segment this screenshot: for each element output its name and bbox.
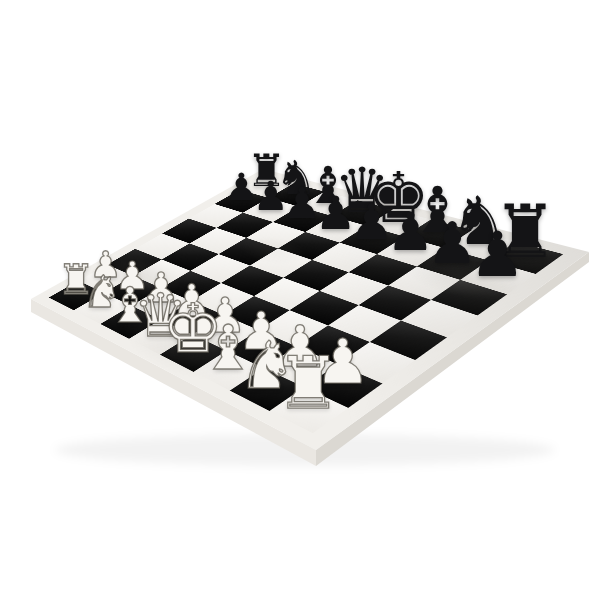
chess-set-scene: ♜♞♝♛♚♝♞♜♟♟♟♟♟♟♟♟♟♟♟♟♟♟♟♟♜♞♝♛♚♝♞♜ [0,0,600,600]
